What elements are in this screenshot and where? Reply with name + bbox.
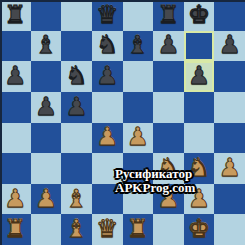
square-d4[interactable]: ♟ bbox=[92, 123, 123, 154]
square-h8[interactable] bbox=[214, 0, 245, 31]
square-g5[interactable] bbox=[184, 92, 215, 123]
square-h5[interactable] bbox=[214, 92, 245, 123]
black-pawn: ♟ bbox=[65, 94, 87, 119]
square-h6[interactable] bbox=[214, 61, 245, 92]
white-pawn: ♟ bbox=[218, 155, 240, 180]
square-b4[interactable] bbox=[31, 123, 62, 154]
square-c7[interactable] bbox=[61, 31, 92, 62]
square-b8[interactable] bbox=[31, 0, 62, 31]
chess-board: Русификатор APKProg.com ♜♛♜♚♝♞♝♟♟♟♞♟♟♟♟♟… bbox=[0, 0, 245, 245]
board-edge-top bbox=[0, 0, 245, 2]
black-pawn: ♟ bbox=[188, 63, 210, 88]
square-f5[interactable] bbox=[153, 92, 184, 123]
square-c4[interactable] bbox=[61, 123, 92, 154]
square-h1[interactable] bbox=[214, 214, 245, 245]
square-a8[interactable]: ♜ bbox=[0, 0, 31, 31]
black-queen: ♛ bbox=[96, 2, 118, 27]
white-queen: ♛ bbox=[96, 216, 118, 241]
square-a6[interactable]: ♟ bbox=[0, 61, 31, 92]
square-e8[interactable] bbox=[123, 0, 154, 31]
square-c6[interactable]: ♞ bbox=[61, 61, 92, 92]
black-pawn: ♟ bbox=[35, 94, 57, 119]
square-f6[interactable] bbox=[153, 61, 184, 92]
white-rook: ♜ bbox=[4, 216, 26, 241]
square-f1[interactable] bbox=[153, 214, 184, 245]
square-f8[interactable]: ♜ bbox=[153, 0, 184, 31]
watermark: Русификатор APKProg.com bbox=[115, 167, 195, 195]
white-bishop: ♝ bbox=[65, 216, 87, 241]
square-g4[interactable] bbox=[184, 123, 215, 154]
black-knight: ♞ bbox=[96, 32, 118, 57]
square-e1[interactable]: ♜ bbox=[123, 214, 154, 245]
black-bishop: ♝ bbox=[35, 32, 57, 57]
square-h3[interactable]: ♟ bbox=[214, 153, 245, 184]
black-knight: ♞ bbox=[65, 63, 87, 88]
square-g8[interactable]: ♚ bbox=[184, 0, 215, 31]
square-d5[interactable] bbox=[92, 92, 123, 123]
square-f4[interactable] bbox=[153, 123, 184, 154]
square-g6[interactable]: ♟ bbox=[184, 61, 215, 92]
watermark-line1: Русификатор bbox=[115, 167, 195, 181]
square-a5[interactable] bbox=[0, 92, 31, 123]
white-king: ♚ bbox=[188, 216, 210, 241]
square-b3[interactable] bbox=[31, 153, 62, 184]
square-c3[interactable] bbox=[61, 153, 92, 184]
board-edge-left bbox=[0, 0, 2, 245]
square-g7[interactable] bbox=[184, 31, 215, 62]
square-h2[interactable] bbox=[214, 184, 245, 215]
black-rook: ♜ bbox=[157, 2, 179, 27]
white-pawn: ♟ bbox=[127, 124, 149, 149]
square-b1[interactable] bbox=[31, 214, 62, 245]
square-b5[interactable]: ♟ bbox=[31, 92, 62, 123]
square-e4[interactable]: ♟ bbox=[123, 123, 154, 154]
square-d1[interactable]: ♛ bbox=[92, 214, 123, 245]
black-rook: ♜ bbox=[4, 2, 26, 27]
white-rook: ♜ bbox=[127, 216, 149, 241]
black-pawn: ♟ bbox=[96, 63, 118, 88]
square-c1[interactable]: ♝ bbox=[61, 214, 92, 245]
square-d6[interactable]: ♟ bbox=[92, 61, 123, 92]
black-bishop: ♝ bbox=[127, 32, 149, 57]
black-pawn: ♟ bbox=[4, 63, 26, 88]
square-c2[interactable]: ♝ bbox=[61, 184, 92, 215]
square-a4[interactable] bbox=[0, 123, 31, 154]
square-b2[interactable]: ♟ bbox=[31, 184, 62, 215]
square-d8[interactable]: ♛ bbox=[92, 0, 123, 31]
square-e6[interactable] bbox=[123, 61, 154, 92]
square-a3[interactable] bbox=[0, 153, 31, 184]
black-pawn: ♟ bbox=[218, 32, 240, 57]
square-c8[interactable] bbox=[61, 0, 92, 31]
square-b6[interactable] bbox=[31, 61, 62, 92]
white-pawn: ♟ bbox=[4, 186, 26, 211]
square-a7[interactable] bbox=[0, 31, 31, 62]
square-h7[interactable]: ♟ bbox=[214, 31, 245, 62]
square-g1[interactable]: ♚ bbox=[184, 214, 215, 245]
square-f7[interactable]: ♟ bbox=[153, 31, 184, 62]
square-b7[interactable]: ♝ bbox=[31, 31, 62, 62]
square-a1[interactable]: ♜ bbox=[0, 214, 31, 245]
white-pawn: ♟ bbox=[35, 186, 57, 211]
square-d7[interactable]: ♞ bbox=[92, 31, 123, 62]
square-c5[interactable]: ♟ bbox=[61, 92, 92, 123]
black-king: ♚ bbox=[188, 2, 210, 27]
square-a2[interactable]: ♟ bbox=[0, 184, 31, 215]
watermark-line2: APKProg.com bbox=[115, 181, 195, 195]
white-bishop: ♝ bbox=[65, 186, 87, 211]
square-e5[interactable] bbox=[123, 92, 154, 123]
black-pawn: ♟ bbox=[157, 32, 179, 57]
white-pawn: ♟ bbox=[96, 124, 118, 149]
square-h4[interactable] bbox=[214, 123, 245, 154]
square-e7[interactable]: ♝ bbox=[123, 31, 154, 62]
